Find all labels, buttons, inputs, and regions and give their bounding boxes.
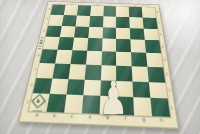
square-e4[interactable] xyxy=(101,51,116,65)
square-e6[interactable] xyxy=(102,27,116,39)
square-h5[interactable] xyxy=(145,40,161,53)
square-c6[interactable] xyxy=(74,26,89,38)
square-d6[interactable] xyxy=(88,27,103,39)
coord-label: b xyxy=(45,113,64,121)
square-h4[interactable] xyxy=(146,53,163,67)
square-g8[interactable] xyxy=(129,7,143,18)
square-f4[interactable] xyxy=(116,52,132,66)
cloth-background: abcdefgh abcdefgh 87654321 87654321 ♞ ♟ xyxy=(0,0,200,134)
square-c1[interactable] xyxy=(64,95,83,113)
square-c2[interactable] xyxy=(66,79,84,96)
square-f5[interactable] xyxy=(116,39,131,52)
square-h8[interactable] xyxy=(142,7,156,18)
square-h1[interactable] xyxy=(151,98,171,117)
square-g1[interactable] xyxy=(134,97,153,116)
coord-label: g xyxy=(135,117,154,126)
square-h6[interactable] xyxy=(144,28,159,40)
coord-label: a xyxy=(27,112,46,120)
square-g7[interactable] xyxy=(129,17,143,28)
square-c3[interactable] xyxy=(68,64,85,79)
square-c8[interactable] xyxy=(77,5,91,15)
square-g5[interactable] xyxy=(131,40,147,53)
square-f8[interactable] xyxy=(116,6,129,16)
square-g6[interactable] xyxy=(130,28,145,40)
square-e8[interactable] xyxy=(103,6,116,16)
square-d7[interactable] xyxy=(89,16,103,27)
white-pawn[interactable]: ♟ xyxy=(94,80,128,118)
square-d8[interactable] xyxy=(90,6,104,16)
square-e5[interactable] xyxy=(102,39,117,52)
square-h2[interactable] xyxy=(149,82,168,99)
square-g3[interactable] xyxy=(132,66,149,82)
square-d4[interactable] xyxy=(86,51,102,65)
square-c5[interactable] xyxy=(72,38,88,51)
white-pawn-glyph: ♟ xyxy=(99,80,123,117)
coord-label: h xyxy=(152,117,171,126)
square-h7[interactable] xyxy=(143,17,158,28)
square-c4[interactable] xyxy=(70,50,87,64)
square-c7[interactable] xyxy=(75,15,90,26)
square-h3[interactable] xyxy=(147,67,165,83)
square-e7[interactable] xyxy=(103,16,117,27)
square-d5[interactable] xyxy=(87,38,102,51)
square-f7[interactable] xyxy=(116,17,130,28)
coord-label: c xyxy=(63,114,82,123)
square-g2[interactable] xyxy=(133,81,151,98)
square-g4[interactable] xyxy=(131,52,147,66)
square-f6[interactable] xyxy=(116,27,130,39)
